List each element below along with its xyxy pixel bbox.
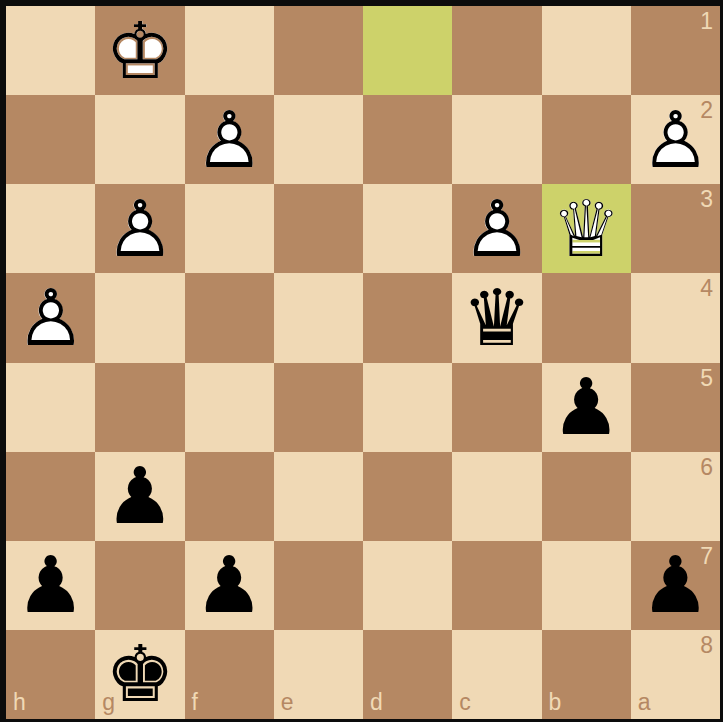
file-label-c: c: [459, 691, 471, 714]
white-pawn-piece[interactable]: ♟♙: [185, 95, 274, 184]
black-king-piece[interactable]: ♚: [95, 630, 184, 719]
white-king-outline-glyph: ♔: [95, 6, 184, 95]
black-queen-glyph: ♛: [452, 273, 541, 362]
black-pawn-glyph: ♟: [6, 541, 95, 630]
white-pawn-piece[interactable]: ♟♙: [95, 184, 184, 273]
square-b1[interactable]: [542, 6, 631, 95]
square-a7[interactable]: 7♟: [631, 541, 720, 630]
square-b6[interactable]: [542, 452, 631, 541]
square-a5[interactable]: 5: [631, 363, 720, 452]
square-a1[interactable]: 1: [631, 6, 720, 95]
square-h5[interactable]: [6, 363, 95, 452]
black-pawn-piece[interactable]: ♟: [95, 452, 184, 541]
square-d3[interactable]: [363, 184, 452, 273]
square-d4[interactable]: [363, 273, 452, 362]
square-a2[interactable]: 2♟♙: [631, 95, 720, 184]
white-pawn-outline-glyph: ♙: [95, 184, 184, 273]
black-pawn-glyph: ♟: [542, 363, 631, 452]
square-g7[interactable]: [95, 541, 184, 630]
square-h1[interactable]: [6, 6, 95, 95]
white-pawn-outline-glyph: ♙: [6, 273, 95, 362]
black-pawn-glyph: ♟: [185, 541, 274, 630]
square-g6[interactable]: ♟: [95, 452, 184, 541]
square-e3[interactable]: [274, 184, 363, 273]
square-g8[interactable]: g♚: [95, 630, 184, 719]
white-pawn-piece[interactable]: ♟♙: [6, 273, 95, 362]
rank-label-4: 4: [700, 277, 713, 300]
square-d1[interactable]: [363, 6, 452, 95]
board-frame: ♚♔1♟♙2♟♙♟♙♟♙♛♕3♟♙♛4♟5♟6♟♟7♟hg♚fedcb8a: [0, 0, 723, 722]
square-a4[interactable]: 4: [631, 273, 720, 362]
black-king-glyph: ♚: [95, 630, 184, 719]
square-c6[interactable]: [452, 452, 541, 541]
square-f7[interactable]: ♟: [185, 541, 274, 630]
square-d6[interactable]: [363, 452, 452, 541]
square-a3[interactable]: 3: [631, 184, 720, 273]
square-f3[interactable]: [185, 184, 274, 273]
square-a6[interactable]: 6: [631, 452, 720, 541]
square-a8[interactable]: 8a: [631, 630, 720, 719]
square-e1[interactable]: [274, 6, 363, 95]
file-label-e: e: [281, 691, 294, 714]
square-b8[interactable]: b: [542, 630, 631, 719]
rank-label-3: 3: [700, 188, 713, 211]
rank-label-6: 6: [700, 456, 713, 479]
square-h3[interactable]: [6, 184, 95, 273]
chess-board: ♚♔1♟♙2♟♙♟♙♟♙♛♕3♟♙♛4♟5♟6♟♟7♟hg♚fedcb8a: [6, 6, 720, 719]
file-label-b: b: [549, 691, 562, 714]
square-b5[interactable]: ♟: [542, 363, 631, 452]
white-queen-piece[interactable]: ♛♕: [542, 184, 631, 273]
white-pawn-piece[interactable]: ♟♙: [452, 184, 541, 273]
square-g3[interactable]: ♟♙: [95, 184, 184, 273]
square-g4[interactable]: [95, 273, 184, 362]
square-c7[interactable]: [452, 541, 541, 630]
square-c5[interactable]: [452, 363, 541, 452]
square-h7[interactable]: ♟: [6, 541, 95, 630]
square-g5[interactable]: [95, 363, 184, 452]
square-d8[interactable]: d: [363, 630, 452, 719]
square-h6[interactable]: [6, 452, 95, 541]
black-pawn-piece[interactable]: ♟: [631, 541, 720, 630]
black-queen-piece[interactable]: ♛: [452, 273, 541, 362]
square-f5[interactable]: [185, 363, 274, 452]
white-pawn-outline-glyph: ♙: [185, 95, 274, 184]
square-f1[interactable]: [185, 6, 274, 95]
square-c3[interactable]: ♟♙: [452, 184, 541, 273]
white-queen-outline-glyph: ♕: [542, 184, 631, 273]
black-pawn-piece[interactable]: ♟: [6, 541, 95, 630]
rank-label-5: 5: [700, 367, 713, 390]
white-pawn-outline-glyph: ♙: [631, 95, 720, 184]
square-c2[interactable]: [452, 95, 541, 184]
square-d2[interactable]: [363, 95, 452, 184]
square-e4[interactable]: [274, 273, 363, 362]
file-label-f: f: [192, 691, 198, 714]
black-pawn-glyph: ♟: [95, 452, 184, 541]
square-f6[interactable]: [185, 452, 274, 541]
black-pawn-piece[interactable]: ♟: [185, 541, 274, 630]
rank-label-8: 8: [700, 634, 713, 657]
square-g1[interactable]: ♚♔: [95, 6, 184, 95]
black-pawn-glyph: ♟: [631, 541, 720, 630]
square-e7[interactable]: [274, 541, 363, 630]
square-d5[interactable]: [363, 363, 452, 452]
black-pawn-piece[interactable]: ♟: [542, 363, 631, 452]
square-h2[interactable]: [6, 95, 95, 184]
square-f8[interactable]: f: [185, 630, 274, 719]
square-e8[interactable]: e: [274, 630, 363, 719]
white-pawn-outline-glyph: ♙: [452, 184, 541, 273]
square-d7[interactable]: [363, 541, 452, 630]
square-g2[interactable]: [95, 95, 184, 184]
white-king-piece[interactable]: ♚♔: [95, 6, 184, 95]
square-h8[interactable]: h: [6, 630, 95, 719]
square-c4[interactable]: ♛: [452, 273, 541, 362]
square-b4[interactable]: [542, 273, 631, 362]
square-c1[interactable]: [452, 6, 541, 95]
square-f4[interactable]: [185, 273, 274, 362]
file-label-a: a: [638, 691, 651, 714]
white-pawn-piece[interactable]: ♟♙: [631, 95, 720, 184]
square-b7[interactable]: [542, 541, 631, 630]
square-b3[interactable]: ♛♕: [542, 184, 631, 273]
file-label-d: d: [370, 691, 383, 714]
square-c8[interactable]: c: [452, 630, 541, 719]
square-h4[interactable]: ♟♙: [6, 273, 95, 362]
rank-label-1: 1: [700, 10, 713, 33]
file-label-h: h: [13, 691, 26, 714]
square-e6[interactable]: [274, 452, 363, 541]
square-e5[interactable]: [274, 363, 363, 452]
square-e2[interactable]: [274, 95, 363, 184]
square-f2[interactable]: ♟♙: [185, 95, 274, 184]
square-b2[interactable]: [542, 95, 631, 184]
